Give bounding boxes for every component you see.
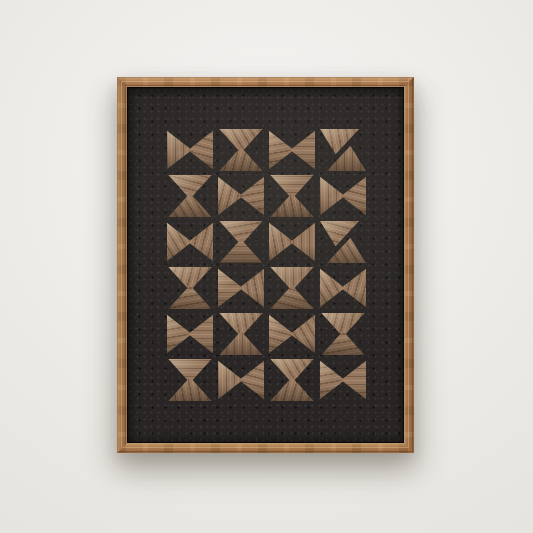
- triangle-unit-r1c1: [167, 129, 213, 171]
- triangle-unit-r2c3: [269, 175, 315, 217]
- triangle-unit-r1c4: [320, 129, 366, 171]
- triangle-unit-r2c2: [218, 175, 264, 217]
- triangle-unit-r4c3: [269, 267, 315, 309]
- art-panel: [127, 87, 404, 443]
- triangle-unit-r4c4: [320, 267, 366, 309]
- triangle-unit-r5c4: [320, 313, 366, 355]
- triangle-unit-r6c1: [167, 359, 213, 401]
- triangle-unit-r5c3: [269, 313, 315, 355]
- frame-rail-left: [117, 77, 127, 453]
- triangle-unit-r3c2: [218, 221, 264, 263]
- triangle-unit-r1c3: [269, 129, 315, 171]
- triangle-unit-r2c4: [320, 175, 366, 217]
- artwork-frame: [117, 77, 414, 453]
- triangle-unit-r3c1: [167, 221, 213, 263]
- triangle-unit-r4c1: [167, 267, 213, 309]
- triangle-unit-r6c2: [218, 359, 264, 401]
- frame-rail-bottom: [117, 443, 414, 453]
- triangle-unit-r5c2: [218, 313, 264, 355]
- frame-rail-right: [404, 77, 414, 453]
- triangle-unit-r3c4: [320, 221, 366, 263]
- triangle-unit-r3c3: [269, 221, 315, 263]
- frame-rail-top: [117, 77, 414, 87]
- triangle-unit-r1c2: [218, 129, 264, 171]
- triangle-unit-r4c2: [218, 267, 264, 309]
- triangle-grid: [167, 129, 366, 401]
- triangle-unit-r5c1: [167, 313, 213, 355]
- wall-background: [0, 0, 533, 533]
- triangle-unit-r6c3: [269, 359, 315, 401]
- triangle-unit-r6c4: [320, 359, 366, 401]
- triangle-unit-r2c1: [167, 175, 213, 217]
